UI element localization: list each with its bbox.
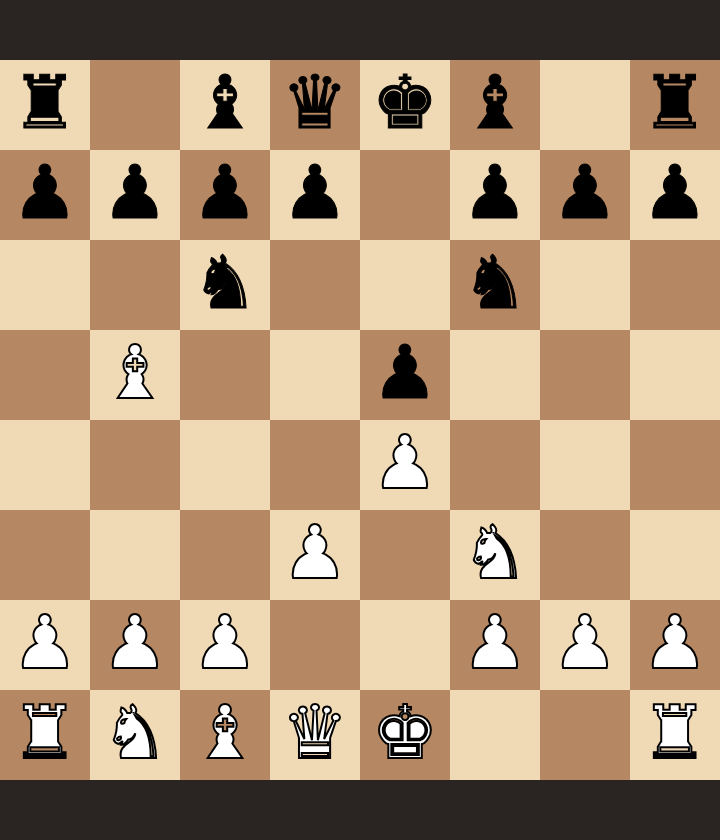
square-d2[interactable] [270, 600, 360, 690]
square-c6[interactable]: ♞ [180, 240, 270, 330]
square-e3[interactable] [360, 510, 450, 600]
black-queen-d8[interactable]: ♛ [282, 57, 348, 147]
square-h2[interactable]: ♟ [630, 600, 720, 690]
square-c8[interactable]: ♝ [180, 60, 270, 150]
square-b4[interactable] [90, 420, 180, 510]
square-c5[interactable] [180, 330, 270, 420]
square-g4[interactable] [540, 420, 630, 510]
black-bishop-f8[interactable]: ♝ [462, 57, 528, 147]
square-b3[interactable] [90, 510, 180, 600]
square-c7[interactable]: ♟ [180, 150, 270, 240]
black-knight-f6[interactable]: ♞ [462, 237, 528, 327]
white-bishop-b5[interactable]: ♝ [102, 327, 168, 417]
square-d8[interactable]: ♛ [270, 60, 360, 150]
square-f4[interactable] [450, 420, 540, 510]
square-f5[interactable] [450, 330, 540, 420]
square-g5[interactable] [540, 330, 630, 420]
white-pawn-g2[interactable]: ♟ [552, 597, 618, 687]
white-pawn-c2[interactable]: ♟ [192, 597, 258, 687]
white-pawn-b2[interactable]: ♟ [102, 597, 168, 687]
square-a3[interactable] [0, 510, 90, 600]
square-g6[interactable] [540, 240, 630, 330]
white-rook-a1[interactable]: ♜ [12, 687, 78, 777]
black-pawn-b7[interactable]: ♟ [102, 147, 168, 237]
black-pawn-c7[interactable]: ♟ [192, 147, 258, 237]
white-pawn-d3[interactable]: ♟ [282, 507, 348, 597]
square-a5[interactable] [0, 330, 90, 420]
square-e1[interactable]: ♚ [360, 690, 450, 780]
square-h4[interactable] [630, 420, 720, 510]
square-a7[interactable]: ♟ [0, 150, 90, 240]
square-d5[interactable] [270, 330, 360, 420]
black-pawn-f7[interactable]: ♟ [462, 147, 528, 237]
black-pawn-g7[interactable]: ♟ [552, 147, 618, 237]
square-b1[interactable]: ♞ [90, 690, 180, 780]
square-h5[interactable] [630, 330, 720, 420]
white-bishop-c1[interactable]: ♝ [192, 687, 258, 777]
square-a6[interactable] [0, 240, 90, 330]
square-a1[interactable]: ♜ [0, 690, 90, 780]
chess-board[interactable]: ♜♝♛♚♝♜♟♟♟♟♟♟♟♞♞♝♟♟♟♞♟♟♟♟♟♟♜♞♝♛♚♜ [0, 60, 720, 780]
black-rook-h8[interactable]: ♜ [642, 57, 708, 147]
square-f2[interactable]: ♟ [450, 600, 540, 690]
square-d7[interactable]: ♟ [270, 150, 360, 240]
square-a4[interactable] [0, 420, 90, 510]
square-f8[interactable]: ♝ [450, 60, 540, 150]
square-c3[interactable] [180, 510, 270, 600]
top-bar [0, 0, 720, 60]
square-h8[interactable]: ♜ [630, 60, 720, 150]
white-pawn-a2[interactable]: ♟ [12, 597, 78, 687]
square-c4[interactable] [180, 420, 270, 510]
black-pawn-d7[interactable]: ♟ [282, 147, 348, 237]
black-pawn-a7[interactable]: ♟ [12, 147, 78, 237]
square-d3[interactable]: ♟ [270, 510, 360, 600]
square-e6[interactable] [360, 240, 450, 330]
square-f7[interactable]: ♟ [450, 150, 540, 240]
square-d4[interactable] [270, 420, 360, 510]
square-f1[interactable] [450, 690, 540, 780]
square-b2[interactable]: ♟ [90, 600, 180, 690]
bottom-bar [0, 780, 720, 840]
square-h6[interactable] [630, 240, 720, 330]
square-b6[interactable] [90, 240, 180, 330]
square-b7[interactable]: ♟ [90, 150, 180, 240]
square-d6[interactable] [270, 240, 360, 330]
black-rook-a8[interactable]: ♜ [12, 57, 78, 147]
square-g7[interactable]: ♟ [540, 150, 630, 240]
square-e7[interactable] [360, 150, 450, 240]
square-c2[interactable]: ♟ [180, 600, 270, 690]
black-pawn-e5[interactable]: ♟ [372, 327, 438, 417]
black-bishop-c8[interactable]: ♝ [192, 57, 258, 147]
square-d1[interactable]: ♛ [270, 690, 360, 780]
white-knight-f3[interactable]: ♞ [462, 507, 528, 597]
square-b5[interactable]: ♝ [90, 330, 180, 420]
square-a2[interactable]: ♟ [0, 600, 90, 690]
square-g1[interactable] [540, 690, 630, 780]
square-e2[interactable] [360, 600, 450, 690]
square-g8[interactable] [540, 60, 630, 150]
black-pawn-h7[interactable]: ♟ [642, 147, 708, 237]
white-pawn-h2[interactable]: ♟ [642, 597, 708, 687]
square-g3[interactable] [540, 510, 630, 600]
black-king-e8[interactable]: ♚ [372, 57, 438, 147]
white-rook-h1[interactable]: ♜ [642, 687, 708, 777]
white-knight-b1[interactable]: ♞ [102, 687, 168, 777]
square-e8[interactable]: ♚ [360, 60, 450, 150]
square-c1[interactable]: ♝ [180, 690, 270, 780]
white-pawn-e4[interactable]: ♟ [372, 417, 438, 507]
square-h1[interactable]: ♜ [630, 690, 720, 780]
black-knight-c6[interactable]: ♞ [192, 237, 258, 327]
square-b8[interactable] [90, 60, 180, 150]
square-g2[interactable]: ♟ [540, 600, 630, 690]
square-f6[interactable]: ♞ [450, 240, 540, 330]
square-h3[interactable] [630, 510, 720, 600]
square-f3[interactable]: ♞ [450, 510, 540, 600]
square-a8[interactable]: ♜ [0, 60, 90, 150]
white-queen-d1[interactable]: ♛ [282, 687, 348, 777]
square-h7[interactable]: ♟ [630, 150, 720, 240]
square-e5[interactable]: ♟ [360, 330, 450, 420]
white-pawn-f2[interactable]: ♟ [462, 597, 528, 687]
square-e4[interactable]: ♟ [360, 420, 450, 510]
white-king-e1[interactable]: ♚ [372, 687, 438, 777]
